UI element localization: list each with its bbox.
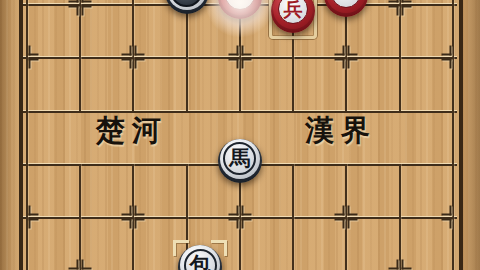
point-marker: [441, 205, 466, 230]
point-marker: [14, 45, 39, 70]
point-marker-corner: [401, 6, 411, 16]
point-marker-corner: [228, 46, 238, 56]
point-marker-corner: [122, 206, 132, 216]
file-line: [79, 164, 81, 270]
point-marker: [121, 45, 146, 70]
point-marker-corner: [241, 59, 251, 69]
point-marker: [387, 0, 412, 17]
point-marker: [334, 205, 359, 230]
file-line: [399, 0, 401, 111]
file-line: [399, 164, 401, 270]
point-marker-corner: [68, 6, 78, 16]
point-marker-corner: [28, 219, 38, 229]
black-cropped-top[interactable]: [165, 0, 209, 14]
point-marker-corner: [348, 46, 358, 56]
point-marker-corner: [241, 206, 251, 216]
point-marker: [334, 45, 359, 70]
point-marker-corner: [388, 259, 398, 269]
point-marker-corner: [28, 46, 38, 56]
black-cannon[interactable]: 包: [178, 245, 222, 270]
cannon-character: 包: [190, 255, 211, 270]
point-marker-corner: [122, 46, 132, 56]
point-marker-corner: [442, 59, 452, 69]
horse-character: 馬: [229, 148, 250, 169]
point-marker: [441, 45, 466, 70]
point-marker-corner: [228, 206, 238, 216]
red-cropped-glow[interactable]: [218, 0, 262, 19]
point-marker-corner: [388, 0, 398, 3]
black-piece-inner-disc: 馬: [223, 142, 256, 175]
point-marker-corner: [28, 206, 38, 216]
point-marker-corner: [241, 219, 251, 229]
point-marker: [67, 0, 92, 17]
file-line: [292, 164, 294, 270]
point-marker-corner: [81, 259, 91, 269]
point-marker-corner: [135, 219, 145, 229]
point-marker: [14, 205, 39, 230]
point-marker-corner: [68, 259, 78, 269]
point-marker-corner: [135, 206, 145, 216]
river-label-chu-he: 楚河: [96, 116, 168, 145]
point-marker-corner: [81, 6, 91, 16]
black-piece-face: 馬: [220, 139, 260, 179]
point-marker-corner: [442, 206, 452, 216]
river-label-han-jie: 漢界: [305, 116, 377, 145]
point-marker: [227, 205, 252, 230]
point-marker-corner: [348, 219, 358, 229]
black-piece-inner-disc: [170, 0, 203, 7]
point-marker-corner: [348, 206, 358, 216]
point-marker-corner: [122, 219, 132, 229]
point-marker-corner: [68, 0, 78, 3]
point-marker-corner: [28, 59, 38, 69]
point-marker-corner: [135, 59, 145, 69]
red-soldier[interactable]: 兵: [271, 0, 315, 33]
red-piece-inner-disc: [331, 0, 361, 8]
point-marker-corner: [442, 219, 452, 229]
point-marker-corner: [348, 59, 358, 69]
red-cropped[interactable]: [324, 0, 368, 17]
point-marker: [387, 258, 412, 270]
point-marker-corner: [388, 6, 398, 16]
point-marker: [227, 45, 252, 70]
black-horse[interactable]: 馬: [218, 139, 262, 183]
point-marker: [67, 258, 92, 270]
point-marker-corner: [335, 46, 345, 56]
xiangqi-board[interactable]: 楚河 漢界 兵馬包: [0, 0, 480, 270]
point-marker: [121, 205, 146, 230]
point-marker-corner: [442, 46, 452, 56]
point-marker-corner: [401, 259, 411, 269]
point-marker-corner: [81, 0, 91, 3]
red-piece-inner-disc: 兵: [278, 0, 308, 24]
point-marker-corner: [335, 219, 345, 229]
file-line: [79, 0, 81, 111]
point-marker-corner: [241, 46, 251, 56]
red-piece-inner-disc: [225, 0, 255, 10]
point-marker-corner: [335, 59, 345, 69]
point-marker-corner: [335, 206, 345, 216]
point-marker-corner: [401, 0, 411, 3]
point-marker-corner: [228, 219, 238, 229]
point-marker-corner: [135, 46, 145, 56]
black-piece-inner-disc: 包: [184, 249, 217, 270]
point-marker-corner: [122, 59, 132, 69]
file-line: [186, 0, 188, 111]
point-marker-corner: [228, 59, 238, 69]
soldier-character: 兵: [284, 0, 303, 19]
